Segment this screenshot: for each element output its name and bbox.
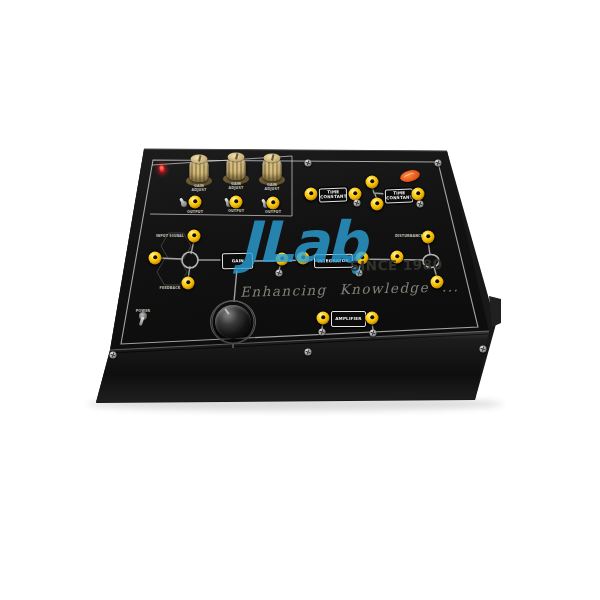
frequency-dial[interactable]	[210, 300, 256, 344]
binding-post[interactable]	[188, 230, 201, 243]
dial-cap	[215, 305, 251, 339]
ground-screw[interactable]	[319, 329, 326, 336]
knob-body	[190, 160, 209, 181]
binding-post[interactable]	[431, 276, 444, 289]
binding-post[interactable]	[366, 312, 379, 325]
gain-block: GAIN	[222, 253, 253, 270]
amplifier-block: AMPLIFIER	[331, 311, 366, 327]
integrator-block: INTEGRATOR	[314, 254, 353, 269]
adjust-knob-3[interactable]	[258, 153, 286, 185]
ground-screw[interactable]	[417, 201, 424, 208]
binding-post[interactable]	[349, 188, 362, 201]
knob-cap	[264, 153, 281, 162]
binding-post[interactable]	[189, 196, 202, 209]
power-switch[interactable]	[138, 312, 148, 328]
panel-face	[110, 149, 489, 350]
ground-screw[interactable]	[370, 330, 377, 337]
output-label: OUTPUT	[265, 210, 281, 214]
knob-label: GAINADJUST	[229, 182, 244, 189]
knob-body	[227, 158, 246, 179]
binding-post[interactable]	[412, 188, 425, 201]
binding-post[interactable]	[317, 312, 330, 325]
binding-post[interactable]	[297, 252, 310, 265]
binding-post[interactable]	[371, 198, 384, 211]
panel-screw	[305, 349, 312, 356]
binding-post[interactable]	[149, 252, 162, 265]
panel-screw	[435, 160, 442, 167]
binding-post[interactable]	[356, 252, 369, 265]
product-photo: GAINADJUST GAINADJUST GAINADJUST OUTPUT …	[0, 0, 600, 600]
panel-screw	[110, 352, 117, 359]
input-signal-label: INPUT SIGNAL	[156, 234, 184, 238]
knob-body	[263, 159, 282, 180]
adjust-knob-1[interactable]	[185, 154, 213, 186]
panel-screw	[305, 160, 312, 167]
knob-cap	[191, 154, 208, 163]
binding-post[interactable]	[276, 253, 289, 266]
knob-label: GAINADJUST	[265, 183, 280, 190]
trainer-case-graphic	[0, 0, 600, 600]
knob-label: GAINADJUST	[192, 184, 207, 191]
ground-screw[interactable]	[276, 270, 283, 277]
binding-post[interactable]	[305, 188, 318, 201]
time-constant-2-block: TIMECONSTANT	[385, 189, 413, 204]
binding-post[interactable]	[422, 231, 435, 244]
output-label: OUTPUT	[228, 209, 244, 213]
binding-post[interactable]	[230, 196, 243, 209]
toggle-switch[interactable]	[181, 201, 187, 207]
adjust-knob-2[interactable]	[222, 152, 250, 184]
binding-post[interactable]	[366, 176, 379, 189]
feedback-label: FEEDBACK	[160, 286, 181, 290]
disturbance-label: DISTURBANCE	[395, 234, 423, 238]
binding-post[interactable]	[391, 251, 404, 264]
knob-cap	[228, 152, 245, 161]
ground-screw[interactable]	[356, 270, 363, 277]
panel-screw	[480, 346, 487, 353]
ground-screw[interactable]	[354, 200, 361, 207]
binding-post[interactable]	[182, 277, 195, 290]
time-constant-1-block: TIMECONSTANT	[319, 188, 347, 203]
binding-post[interactable]	[267, 197, 280, 210]
output-label: OUTPUT	[187, 210, 203, 214]
